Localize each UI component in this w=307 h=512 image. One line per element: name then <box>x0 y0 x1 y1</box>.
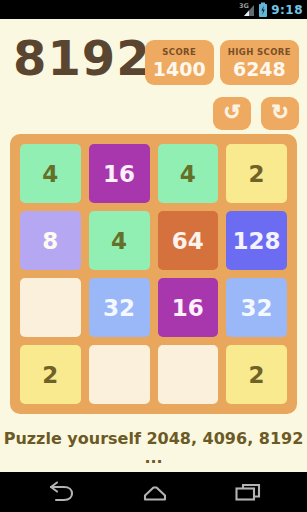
tile-16: 16 <box>158 278 219 337</box>
back-button[interactable] <box>46 481 76 503</box>
tile-32: 32 <box>89 278 150 337</box>
back-icon <box>46 481 76 503</box>
tile-8: 8 <box>20 211 81 270</box>
score-panel: SCORE 1400 HIGH SCORE 6248 <box>145 40 299 85</box>
empty-cell <box>89 345 150 404</box>
page-title: 8192 <box>13 34 151 82</box>
home-button[interactable] <box>141 482 169 502</box>
empty-cell <box>20 278 81 337</box>
phone-screen: 3G 9:18 8192 SCORE 1400 HIGH SCORE 6248 … <box>0 0 307 512</box>
tile-2: 2 <box>20 345 81 404</box>
high-score-box: HIGH SCORE 6248 <box>220 40 299 85</box>
high-score-label: HIGH SCORE <box>228 47 291 57</box>
recents-icon <box>233 482 261 502</box>
undo-button[interactable]: ↺ <box>213 97 251 130</box>
tile-16: 16 <box>89 144 150 203</box>
battery-charging-icon <box>258 2 268 18</box>
tile-2: 2 <box>226 144 287 203</box>
tile-64: 64 <box>158 211 219 270</box>
tile-128: 128 <box>226 211 287 270</box>
tile-2: 2 <box>226 345 287 404</box>
signal-strength-icon: 3G <box>239 2 255 17</box>
nav-bar <box>0 472 307 512</box>
home-icon <box>141 482 169 502</box>
tile-4: 4 <box>158 144 219 203</box>
score-box: SCORE 1400 <box>145 40 214 85</box>
undo-icon: ↺ <box>223 102 241 123</box>
refresh-icon: ↻ <box>271 102 289 123</box>
network-type-label: 3G <box>239 2 249 10</box>
toolbar: ↺ ↻ <box>213 97 299 130</box>
high-score-value: 6248 <box>228 58 291 80</box>
board-grid[interactable]: 41642846412832163222 <box>10 134 297 414</box>
score-value: 1400 <box>153 58 206 80</box>
status-bar: 3G 9:18 <box>0 0 307 19</box>
empty-cell <box>158 345 219 404</box>
clock: 9:18 <box>271 3 303 17</box>
tile-4: 4 <box>20 144 81 203</box>
tile-32: 32 <box>226 278 287 337</box>
caption-text: Puzzle yourself 2048, 4096, 8192 ... <box>0 429 307 467</box>
restart-button[interactable]: ↻ <box>261 97 299 130</box>
recents-button[interactable] <box>233 482 261 502</box>
score-label: SCORE <box>153 47 206 57</box>
tile-4: 4 <box>89 211 150 270</box>
